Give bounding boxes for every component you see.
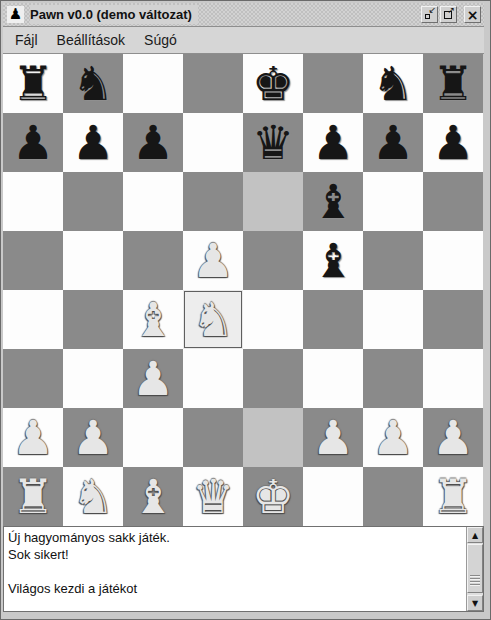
square-a4[interactable]	[3, 290, 63, 349]
app-window: ♟ Pawn v0.0 (demo változat) ↙ ↗ × Fájl B…	[0, 0, 491, 620]
message-line	[8, 563, 479, 580]
square-c8[interactable]	[123, 54, 183, 113]
piece-white-pawn[interactable]: ♟	[432, 414, 474, 461]
maximize-arrow-icon: ↗	[447, 5, 455, 15]
square-g2[interactable]: ♟	[363, 408, 423, 467]
square-g8[interactable]: ♞	[363, 54, 423, 113]
piece-white-bishop[interactable]: ♝	[132, 296, 174, 343]
message-lines: Új hagyományos sakk játék. Sok sikert! V…	[4, 527, 483, 599]
menu-settings[interactable]: Beállítások	[57, 32, 125, 48]
scroll-thumb-grip-icon	[470, 575, 480, 586]
square-h4[interactable]	[423, 290, 483, 349]
square-a5[interactable]	[3, 231, 63, 290]
piece-white-pawn[interactable]: ♟	[132, 355, 174, 402]
piece-black-pawn[interactable]: ♟	[312, 119, 354, 166]
square-g1[interactable]	[363, 467, 423, 526]
square-c5[interactable]	[123, 231, 183, 290]
scroll-down-button[interactable]: ▼	[467, 595, 483, 611]
square-a7[interactable]: ♟	[3, 113, 63, 172]
square-g3[interactable]	[363, 349, 423, 408]
square-h8[interactable]: ♜	[423, 54, 483, 113]
square-h7[interactable]: ♟	[423, 113, 483, 172]
square-d4[interactable]: ♞	[183, 290, 243, 349]
window-title: Pawn v0.0 (demo változat)	[30, 5, 198, 24]
square-f6[interactable]: ♝	[303, 172, 363, 231]
square-a3[interactable]	[3, 349, 63, 408]
square-c1[interactable]: ♝	[123, 467, 183, 526]
square-d8[interactable]	[183, 54, 243, 113]
square-a2[interactable]: ♟	[3, 408, 63, 467]
square-c6[interactable]	[123, 172, 183, 231]
square-h2[interactable]: ♟	[423, 408, 483, 467]
square-g7[interactable]: ♟	[363, 113, 423, 172]
square-a1[interactable]: ♜	[3, 467, 63, 526]
square-c2[interactable]	[123, 408, 183, 467]
square-g5[interactable]	[363, 231, 423, 290]
piece-black-pawn[interactable]: ♟	[72, 119, 114, 166]
square-f7[interactable]: ♟	[303, 113, 363, 172]
piece-black-pawn[interactable]: ♟	[432, 119, 474, 166]
message-line: Sok sikert!	[8, 546, 479, 563]
square-h1[interactable]: ♜	[423, 467, 483, 526]
message-line: Világos kezdi a játékot	[8, 580, 479, 597]
scroll-thumb[interactable]	[467, 544, 483, 593]
square-d2[interactable]	[183, 408, 243, 467]
piece-black-pawn[interactable]: ♟	[372, 119, 414, 166]
piece-black-pawn[interactable]: ♟	[132, 119, 174, 166]
square-b7[interactable]: ♟	[63, 113, 123, 172]
square-b5[interactable]	[63, 231, 123, 290]
square-b3[interactable]	[63, 349, 123, 408]
piece-white-pawn[interactable]: ♟	[312, 414, 354, 461]
square-d1[interactable]: ♛	[183, 467, 243, 526]
square-e6[interactable]	[243, 172, 303, 231]
square-h3[interactable]	[423, 349, 483, 408]
maximize-button[interactable]: ↗	[440, 6, 457, 23]
piece-white-rook[interactable]: ♜	[432, 473, 474, 520]
square-f5[interactable]: ♝	[303, 231, 363, 290]
iconify-button[interactable]: ↙	[421, 6, 438, 23]
app-pawn-icon: ♟	[7, 6, 24, 23]
scroll-up-button[interactable]: ▲	[467, 527, 483, 543]
square-h5[interactable]	[423, 231, 483, 290]
square-d7[interactable]	[183, 113, 243, 172]
square-b8[interactable]: ♞	[63, 54, 123, 113]
window-controls: ↙ ↗ ×	[419, 6, 481, 23]
piece-white-king[interactable]: ♚	[252, 473, 294, 520]
piece-white-bishop[interactable]: ♝	[132, 473, 174, 520]
square-e4[interactable]	[243, 290, 303, 349]
close-button[interactable]: ×	[464, 6, 481, 23]
square-d5[interactable]: ♟	[183, 231, 243, 290]
square-f8[interactable]	[303, 54, 363, 113]
title-bar[interactable]: ♟ Pawn v0.0 (demo változat) ↙ ↗ ×	[3, 3, 484, 27]
piece-black-knight[interactable]: ♞	[372, 60, 414, 107]
square-b6[interactable]	[63, 172, 123, 231]
piece-white-rook[interactable]: ♜	[12, 473, 54, 520]
piece-black-pawn[interactable]: ♟	[12, 119, 54, 166]
piece-black-knight[interactable]: ♞	[72, 60, 114, 107]
message-line: Új hagyományos sakk játék.	[8, 529, 479, 546]
square-g6[interactable]	[363, 172, 423, 231]
square-a8[interactable]: ♜	[3, 54, 63, 113]
square-e8[interactable]: ♚	[243, 54, 303, 113]
menu-file[interactable]: Fájl	[15, 32, 38, 48]
piece-white-knight[interactable]: ♞	[72, 473, 114, 520]
square-a6[interactable]	[3, 172, 63, 231]
iconify-arrow-icon: ↙	[428, 5, 436, 15]
square-f1[interactable]	[303, 467, 363, 526]
square-b2[interactable]: ♟	[63, 408, 123, 467]
square-f4[interactable]	[303, 290, 363, 349]
piece-white-knight[interactable]: ♞	[192, 296, 234, 343]
square-g4[interactable]	[363, 290, 423, 349]
square-c4[interactable]: ♝	[123, 290, 183, 349]
square-c3[interactable]: ♟	[123, 349, 183, 408]
message-area[interactable]: Új hagyományos sakk játék. Sok sikert! V…	[3, 526, 484, 612]
square-e3[interactable]	[243, 349, 303, 408]
piece-white-queen[interactable]: ♛	[192, 473, 234, 520]
piece-black-rook[interactable]: ♜	[12, 60, 54, 107]
square-d3[interactable]	[183, 349, 243, 408]
square-c7[interactable]: ♟	[123, 113, 183, 172]
message-scrollbar[interactable]: ▲ ▼	[466, 527, 483, 611]
piece-black-bishop[interactable]: ♝	[312, 178, 354, 225]
menu-help[interactable]: Súgó	[144, 32, 177, 48]
square-e7[interactable]: ♛	[243, 113, 303, 172]
square-f3[interactable]	[303, 349, 363, 408]
piece-white-pawn[interactable]: ♟	[12, 414, 54, 461]
piece-black-rook[interactable]: ♜	[432, 60, 474, 107]
piece-white-pawn[interactable]: ♟	[372, 414, 414, 461]
square-f2[interactable]: ♟	[303, 408, 363, 467]
piece-black-queen[interactable]: ♛	[252, 119, 294, 166]
piece-black-king[interactable]: ♚	[252, 60, 294, 107]
square-e5[interactable]	[243, 231, 303, 290]
chess-board: ♜♞♚♞♜♟♟♟♛♟♟♟♝♟♝♝♞♟♟♟♟♟♟♜♞♝♛♚♜	[3, 54, 483, 526]
piece-white-pawn[interactable]: ♟	[72, 414, 114, 461]
square-d6[interactable]	[183, 172, 243, 231]
square-h6[interactable]	[423, 172, 483, 231]
piece-white-pawn[interactable]: ♟	[192, 237, 234, 284]
piece-black-bishop[interactable]: ♝	[312, 237, 354, 284]
menu-bar: Fájl Beállítások Súgó	[3, 27, 484, 54]
square-b4[interactable]	[63, 290, 123, 349]
square-b1[interactable]: ♞	[63, 467, 123, 526]
square-e1[interactable]: ♚	[243, 467, 303, 526]
square-e2[interactable]	[243, 408, 303, 467]
